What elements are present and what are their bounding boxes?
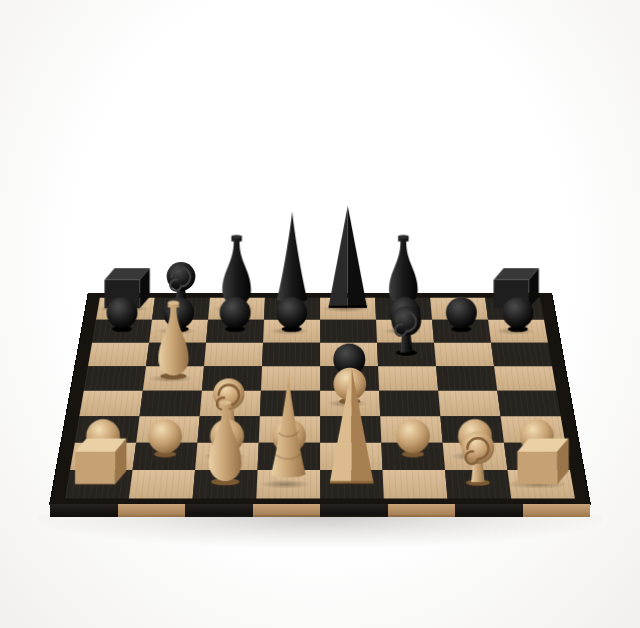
square-g4[interactable]	[438, 391, 500, 416]
square-h6[interactable]	[491, 343, 552, 367]
square-g5[interactable]	[436, 366, 497, 391]
product-photo	[0, 0, 640, 628]
piece-white-king-e1[interactable]	[327, 366, 376, 486]
square-a5[interactable]	[84, 366, 146, 391]
chess-board	[50, 293, 590, 505]
square-h4[interactable]	[497, 391, 560, 416]
square-g6[interactable]	[434, 343, 494, 367]
piece-white-pawn-b2[interactable]	[146, 415, 185, 458]
square-h5[interactable]	[494, 366, 556, 391]
board-drop-shadow	[38, 515, 602, 547]
piece-black-pawn-c7[interactable]	[217, 294, 252, 333]
square-c6[interactable]	[204, 343, 263, 367]
piece-white-queen-d1[interactable]	[266, 371, 311, 486]
piece-white-bishop-c1[interactable]	[204, 399, 247, 486]
piece-black-pawn-d7[interactable]	[274, 294, 309, 333]
piece-black-pawn-g7[interactable]	[444, 294, 479, 333]
piece-black-pawn-h7[interactable]	[500, 294, 535, 333]
piece-white-pawn-f2[interactable]	[394, 415, 433, 458]
square-a6[interactable]	[88, 343, 149, 367]
square-a4[interactable]	[79, 391, 142, 416]
square-b1[interactable]	[129, 470, 195, 499]
square-b4[interactable]	[139, 391, 201, 416]
piece-white-bishop-b5[interactable]	[153, 299, 193, 380]
square-f4[interactable]	[379, 391, 440, 416]
piece-black-king-e8[interactable]	[326, 204, 369, 310]
board-scene	[50, 0, 590, 505]
piece-black-pawn-a7[interactable]	[104, 294, 139, 333]
piece-white-rook-h1[interactable]	[513, 433, 570, 486]
piece-white-knight-g1[interactable]	[455, 419, 500, 486]
piece-white-rook-a1[interactable]	[70, 433, 127, 486]
square-f1[interactable]	[382, 470, 447, 499]
piece-black-knight-f6[interactable]	[386, 295, 427, 356]
square-f5[interactable]	[378, 366, 438, 391]
square-d6[interactable]	[262, 343, 320, 367]
